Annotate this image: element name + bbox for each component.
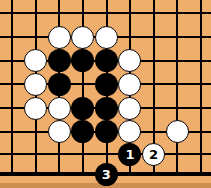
stone-black bbox=[95, 97, 118, 120]
board-intersection bbox=[95, 120, 119, 144]
board-intersection bbox=[95, 73, 119, 97]
stone-black bbox=[95, 73, 118, 96]
board-intersection bbox=[118, 73, 142, 97]
board-intersection bbox=[47, 96, 71, 120]
board-intersection bbox=[71, 120, 95, 144]
stone-white bbox=[95, 26, 118, 49]
board-intersection bbox=[71, 96, 95, 120]
stone-black-1: 1 bbox=[118, 143, 141, 166]
board-intersection bbox=[118, 49, 142, 73]
board-intersection: 1 bbox=[118, 144, 142, 165]
stone-white bbox=[118, 73, 141, 96]
stone-white bbox=[48, 26, 71, 49]
stone-white bbox=[71, 26, 94, 49]
board-intersection: 2 bbox=[142, 144, 166, 165]
stone-black-3: 3 bbox=[95, 163, 118, 186]
board-intersection bbox=[47, 49, 71, 73]
stone-white bbox=[24, 49, 47, 72]
board-intersection bbox=[47, 25, 71, 49]
board-intersection bbox=[95, 49, 119, 73]
board-intersection bbox=[95, 96, 119, 120]
stone-white bbox=[118, 120, 141, 143]
stone-white bbox=[24, 97, 47, 120]
stone-black bbox=[95, 120, 118, 143]
stone-black bbox=[71, 49, 94, 72]
board-intersection: 3 bbox=[95, 165, 119, 184]
stone-white bbox=[166, 120, 189, 143]
stone-black bbox=[95, 49, 118, 72]
stone-white bbox=[48, 120, 71, 143]
stone-white-2: 2 bbox=[142, 143, 165, 166]
stone-black bbox=[48, 73, 71, 96]
stone-black bbox=[48, 49, 71, 72]
board-intersection bbox=[24, 73, 48, 97]
board-intersection bbox=[47, 120, 71, 144]
go-diagram: 123 bbox=[0, 0, 211, 188]
board-intersection bbox=[24, 96, 48, 120]
board-intersection bbox=[118, 120, 142, 144]
board-intersection bbox=[47, 73, 71, 97]
board-intersection bbox=[71, 49, 95, 73]
board-intersection bbox=[118, 96, 142, 120]
stone-white bbox=[118, 49, 141, 72]
board-intersection bbox=[165, 120, 189, 144]
stone-white bbox=[118, 97, 141, 120]
stone-black bbox=[71, 97, 94, 120]
board-intersection bbox=[71, 25, 95, 49]
board-grid: 123 bbox=[0, 0, 211, 184]
board-intersection bbox=[95, 25, 119, 49]
stone-black bbox=[71, 120, 94, 143]
board-intersection bbox=[24, 49, 48, 73]
stone-white bbox=[24, 73, 47, 96]
stone-white bbox=[48, 97, 71, 120]
